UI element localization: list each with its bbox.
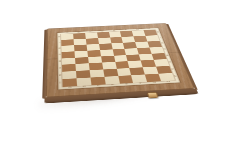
square-c7 bbox=[86, 38, 99, 44]
square-e1 bbox=[118, 75, 134, 83]
square-g5 bbox=[137, 47, 152, 54]
product-photo: ABCDEFGH ABCDEFGH 87654321 87654321 bbox=[0, 0, 240, 150]
square-a1 bbox=[62, 78, 77, 86]
square-b1 bbox=[76, 78, 91, 86]
square-c5 bbox=[87, 50, 101, 57]
square-a7 bbox=[61, 39, 74, 45]
square-c3 bbox=[89, 63, 103, 71]
square-e5 bbox=[112, 49, 126, 56]
square-g7 bbox=[134, 36, 148, 42]
square-a3 bbox=[62, 64, 76, 72]
brass-clasp-icon bbox=[147, 92, 159, 98]
square-e7 bbox=[110, 37, 123, 43]
square-g3 bbox=[141, 60, 156, 67]
square-g1 bbox=[145, 74, 161, 82]
square-c1 bbox=[90, 77, 105, 85]
playing-field bbox=[61, 30, 175, 87]
chessboard: ABCDEFGH ABCDEFGH 87654321 87654321 bbox=[46, 23, 195, 97]
coordinate-border: ABCDEFGH ABCDEFGH 87654321 87654321 bbox=[57, 28, 180, 90]
square-a5 bbox=[62, 51, 75, 58]
square-e3 bbox=[115, 61, 130, 69]
